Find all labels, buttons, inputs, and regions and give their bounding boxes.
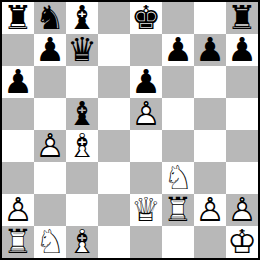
square-d5[interactable] [98,98,130,130]
black-rook-piece[interactable]: ♜ [2,2,34,34]
square-d3[interactable] [98,162,130,194]
square-d7[interactable] [98,34,130,66]
white-knight-piece-outline: ♘ [34,226,66,258]
square-a8[interactable]: ♜ [2,2,34,34]
black-queen-piece[interactable]: ♛ [66,34,98,66]
black-king-piece[interactable]: ♚ [130,2,162,34]
square-g7[interactable]: ♟ [194,34,226,66]
square-g1[interactable] [194,226,226,258]
white-rook-piece-outline: ♖ [162,194,194,226]
square-a4[interactable] [2,130,34,162]
square-h5[interactable] [226,98,258,130]
white-bishop-piece-outline: ♗ [66,226,98,258]
white-pawn-piece[interactable]: ♟♙ [130,98,162,130]
square-e8[interactable]: ♚ [130,2,162,34]
black-pawn-piece[interactable]: ♟ [226,34,258,66]
white-pawn-piece-outline: ♙ [130,98,162,130]
square-g4[interactable] [194,130,226,162]
white-king-piece[interactable]: ♚♔ [226,226,258,258]
square-f5[interactable] [162,98,194,130]
square-e2[interactable]: ♛♕ [130,194,162,226]
square-c1[interactable]: ♝♗ [66,226,98,258]
square-c3[interactable] [66,162,98,194]
white-rook-piece-outline: ♖ [2,226,34,258]
square-f1[interactable] [162,226,194,258]
square-f2[interactable]: ♜♖ [162,194,194,226]
white-rook-piece[interactable]: ♜♖ [162,194,194,226]
square-f7[interactable]: ♟ [162,34,194,66]
square-h7[interactable]: ♟ [226,34,258,66]
square-e5[interactable]: ♟♙ [130,98,162,130]
square-h6[interactable] [226,66,258,98]
square-g5[interactable] [194,98,226,130]
square-d8[interactable] [98,2,130,34]
square-c7[interactable]: ♛ [66,34,98,66]
square-b4[interactable]: ♟♙ [34,130,66,162]
square-b7[interactable]: ♟ [34,34,66,66]
square-b6[interactable] [34,66,66,98]
square-e1[interactable] [130,226,162,258]
black-pawn-piece[interactable]: ♟ [194,34,226,66]
white-bishop-piece-outline: ♗ [66,130,98,162]
white-bishop-piece[interactable]: ♝♗ [66,226,98,258]
square-d4[interactable] [98,130,130,162]
square-g2[interactable]: ♟♙ [194,194,226,226]
white-king-piece-outline: ♔ [226,226,258,258]
square-a5[interactable] [2,98,34,130]
square-d2[interactable] [98,194,130,226]
square-d6[interactable] [98,66,130,98]
square-h1[interactable]: ♚♔ [226,226,258,258]
white-rook-piece[interactable]: ♜♖ [2,226,34,258]
square-h4[interactable] [226,130,258,162]
square-a6[interactable]: ♟ [2,66,34,98]
white-pawn-piece-outline: ♙ [194,194,226,226]
white-bishop-piece[interactable]: ♝♗ [66,130,98,162]
white-pawn-piece[interactable]: ♟♙ [34,130,66,162]
white-queen-piece[interactable]: ♛♕ [130,194,162,226]
square-b3[interactable] [34,162,66,194]
white-pawn-piece[interactable]: ♟♙ [194,194,226,226]
square-g6[interactable] [194,66,226,98]
white-pawn-piece-outline: ♙ [34,130,66,162]
square-a1[interactable]: ♜♖ [2,226,34,258]
black-pawn-piece[interactable]: ♟ [2,66,34,98]
square-e4[interactable] [130,130,162,162]
square-f6[interactable] [162,66,194,98]
white-queen-piece-outline: ♕ [130,194,162,226]
square-d1[interactable] [98,226,130,258]
square-b1[interactable]: ♞♘ [34,226,66,258]
black-pawn-piece[interactable]: ♟ [34,34,66,66]
square-c4[interactable]: ♝♗ [66,130,98,162]
chess-board: ♜♞♝♚♜♟♛♟♟♟♟♟♝♟♙♟♙♝♗♞♘♟♙♛♕♜♖♟♙♟♙♜♖♞♘♝♗♚♔ [0,0,260,260]
white-knight-piece[interactable]: ♞♘ [34,226,66,258]
black-pawn-piece[interactable]: ♟ [162,34,194,66]
